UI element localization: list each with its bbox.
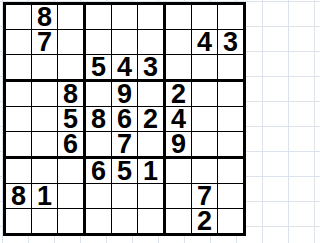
cell-r6c1[interactable] bbox=[6, 132, 32, 159]
cell-r7c6[interactable]: 1 bbox=[138, 159, 166, 184]
cell-r7c9[interactable] bbox=[218, 159, 243, 184]
cell-r3c9[interactable] bbox=[218, 55, 243, 82]
cell-r2c3[interactable] bbox=[58, 30, 86, 55]
cell-r1c4[interactable] bbox=[86, 5, 112, 30]
cell-r6c2[interactable] bbox=[32, 132, 58, 159]
cell-r7c7[interactable] bbox=[166, 159, 192, 184]
cell-r7c3[interactable] bbox=[58, 159, 86, 184]
cell-r8c5[interactable] bbox=[112, 184, 138, 209]
cell-r1c1[interactable] bbox=[6, 5, 32, 30]
cell-r2c9[interactable]: 3 bbox=[218, 30, 243, 55]
cell-r3c4[interactable]: 5 bbox=[86, 55, 112, 82]
cell-r2c2[interactable]: 7 bbox=[32, 30, 58, 55]
cell-r9c6[interactable] bbox=[138, 209, 166, 233]
sudoku-board: 8743543892586246796518172 bbox=[3, 2, 246, 236]
cell-r3c8[interactable] bbox=[192, 55, 218, 82]
cell-r1c6[interactable] bbox=[138, 5, 166, 30]
cell-r4c2[interactable] bbox=[32, 82, 58, 107]
cell-r7c4[interactable]: 6 bbox=[86, 159, 112, 184]
cell-r1c3[interactable] bbox=[58, 5, 86, 30]
cell-r9c2[interactable] bbox=[32, 209, 58, 233]
cell-r3c3[interactable] bbox=[58, 55, 86, 82]
cell-r7c5[interactable]: 5 bbox=[112, 159, 138, 184]
cell-r8c2[interactable]: 1 bbox=[32, 184, 58, 209]
cell-r9c7[interactable] bbox=[166, 209, 192, 233]
cell-r6c9[interactable] bbox=[218, 132, 243, 159]
cell-r8c9[interactable] bbox=[218, 184, 243, 209]
cell-r5c4[interactable]: 8 bbox=[86, 107, 112, 132]
cell-r6c5[interactable]: 7 bbox=[112, 132, 138, 159]
cell-r9c9[interactable] bbox=[218, 209, 243, 233]
cell-r6c8[interactable] bbox=[192, 132, 218, 159]
cell-r3c7[interactable] bbox=[166, 55, 192, 82]
cell-r8c7[interactable] bbox=[166, 184, 192, 209]
cell-r2c1[interactable] bbox=[6, 30, 32, 55]
cell-r9c8[interactable]: 2 bbox=[192, 209, 218, 233]
cell-r5c9[interactable] bbox=[218, 107, 243, 132]
cell-r2c8[interactable]: 4 bbox=[192, 30, 218, 55]
cell-r8c1[interactable]: 8 bbox=[6, 184, 32, 209]
cell-r3c2[interactable] bbox=[32, 55, 58, 82]
cell-r9c3[interactable] bbox=[58, 209, 86, 233]
cell-r9c5[interactable] bbox=[112, 209, 138, 233]
cell-r8c4[interactable] bbox=[86, 184, 112, 209]
cell-r1c5[interactable] bbox=[112, 5, 138, 30]
cell-r1c7[interactable] bbox=[166, 5, 192, 30]
cell-r3c5[interactable]: 4 bbox=[112, 55, 138, 82]
cell-r5c1[interactable] bbox=[6, 107, 32, 132]
cell-r5c6[interactable]: 2 bbox=[138, 107, 166, 132]
cell-r4c1[interactable] bbox=[6, 82, 32, 107]
cell-r9c4[interactable] bbox=[86, 209, 112, 233]
cell-r5c2[interactable] bbox=[32, 107, 58, 132]
cell-r6c6[interactable] bbox=[138, 132, 166, 159]
cell-r4c9[interactable] bbox=[218, 82, 243, 107]
cell-r4c8[interactable] bbox=[192, 82, 218, 107]
cell-r8c6[interactable] bbox=[138, 184, 166, 209]
cell-r2c7[interactable] bbox=[166, 30, 192, 55]
cell-r8c3[interactable] bbox=[58, 184, 86, 209]
cell-r6c3[interactable]: 6 bbox=[58, 132, 86, 159]
cell-r6c4[interactable] bbox=[86, 132, 112, 159]
cell-r3c6[interactable]: 3 bbox=[138, 55, 166, 82]
cell-r6c7[interactable]: 9 bbox=[166, 132, 192, 159]
cell-r9c1[interactable] bbox=[6, 209, 32, 233]
cell-r3c1[interactable] bbox=[6, 55, 32, 82]
cell-r5c8[interactable] bbox=[192, 107, 218, 132]
